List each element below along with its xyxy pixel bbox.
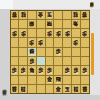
board-cell[interactable]: 香 [11, 11, 19, 19]
board-cell[interactable] [37, 20, 45, 28]
board-cell[interactable] [63, 57, 71, 65]
board-cell[interactable]: 歩 [19, 29, 27, 37]
board-cell[interactable]: 金 [46, 76, 54, 84]
board-cell[interactable] [37, 48, 45, 56]
shogi-piece-sente[interactable]: 飛 [55, 76, 62, 83]
board-cell[interactable]: 桂 [72, 85, 80, 93]
bottom-margin [0, 95, 100, 100]
shogi-piece-gote[interactable]: 歩 [37, 39, 44, 46]
board-cell[interactable] [37, 29, 45, 37]
board-cell[interactable]: 金 [54, 85, 62, 93]
board-cell[interactable] [81, 57, 89, 65]
board-cell[interactable] [19, 48, 27, 56]
board-cell[interactable]: 玉 [46, 11, 54, 19]
board-cell[interactable]: 銀 [28, 48, 36, 56]
board-cell[interactable]: 飛 [46, 20, 54, 28]
shogi-piece-sente[interactable]: 桂 [72, 85, 79, 92]
board-cell[interactable] [46, 57, 54, 65]
board-cell[interactable]: 歩 [54, 29, 62, 37]
board-cell[interactable]: 香 [11, 85, 19, 93]
shogi-piece-sente[interactable]: 歩 [20, 67, 27, 74]
board-cell[interactable] [28, 29, 36, 37]
board-cell[interactable] [63, 11, 71, 19]
board-cell[interactable]: 歩 [37, 66, 45, 74]
board-cell[interactable] [11, 76, 19, 84]
shogi-piece-sente[interactable]: 歩 [11, 67, 18, 74]
shogi-piece-gote[interactable]: 玉 [46, 11, 53, 18]
shogi-piece-sente[interactable]: 歩 [28, 57, 35, 64]
board-cell[interactable] [54, 11, 62, 19]
board-cell[interactable] [81, 76, 89, 84]
board-cell[interactable] [28, 76, 36, 84]
board-cell[interactable] [81, 38, 89, 46]
shogi-piece-gote[interactable]: 歩 [64, 30, 71, 37]
board-cell[interactable]: 歩 [46, 29, 54, 37]
board-cell[interactable] [63, 20, 71, 28]
shogi-piece-sente[interactable]: 玉 [64, 85, 71, 92]
shogi-piece-gote[interactable]: 桂 [72, 11, 79, 18]
board-cell[interactable] [63, 76, 71, 84]
shogi-piece-gote[interactable]: 歩 [72, 39, 79, 46]
board-cell[interactable] [72, 76, 80, 84]
shogi-piece-sente[interactable]: 歩 [81, 67, 88, 74]
shogi-piece-gote[interactable]: 歩 [20, 30, 27, 37]
shogi-board[interactable]: 香桂金玉桂香銀飛角歩歩歩歩歩歩歩歩歩銀歩歩歩歩角歩歩歩歩歩金飛香桂金玉桂香 [10, 10, 90, 95]
board-cell[interactable] [81, 48, 89, 56]
board-cell[interactable]: 歩 [63, 29, 71, 37]
shogi-piece-gote[interactable]: 歩 [11, 30, 18, 37]
board-cell[interactable] [37, 57, 45, 65]
board-cell[interactable]: 歩 [81, 29, 89, 37]
board-cell[interactable] [11, 20, 19, 28]
shogi-piece-gote[interactable]: 歩 [46, 30, 53, 37]
shogi-piece-gote[interactable]: 銀 [28, 20, 35, 27]
shogi-piece-gote[interactable]: 金 [37, 11, 44, 18]
board-cell[interactable] [54, 38, 62, 46]
top-margin [0, 0, 100, 9]
board-cell[interactable]: 歩 [81, 66, 89, 74]
board-cell[interactable] [46, 48, 54, 56]
board-cell[interactable] [37, 76, 45, 84]
shogi-piece-sente[interactable]: 歩 [64, 67, 71, 74]
board-cell[interactable]: 歩 [11, 66, 19, 74]
shogi-piece-sente[interactable]: 歩 [46, 67, 53, 74]
shogi-app-screen: 香桂金玉桂香銀飛角歩歩歩歩歩歩歩歩歩銀歩歩歩歩角歩歩歩歩歩金飛香桂金玉桂香 銀 … [0, 0, 100, 100]
board-cell[interactable]: 歩 [37, 38, 45, 46]
board-cell[interactable]: 歩 [72, 66, 80, 74]
board-cell[interactable] [19, 57, 27, 65]
shogi-piece-gote[interactable]: 香 [81, 11, 88, 18]
shogi-piece-sente[interactable]: 歩 [37, 67, 44, 74]
board-cell[interactable] [63, 48, 71, 56]
shogi-piece-sente[interactable]: 歩 [55, 48, 62, 55]
board-cell[interactable] [72, 57, 80, 65]
board-cell[interactable] [63, 38, 71, 46]
shogi-piece-sente[interactable]: 金 [46, 76, 53, 83]
scrollbar-thumb[interactable] [91, 33, 94, 75]
board-cell[interactable]: 桂 [19, 11, 27, 19]
board-cell[interactable] [28, 85, 36, 93]
board-cell[interactable] [11, 48, 19, 56]
board-cell[interactable]: 角 [28, 66, 36, 74]
shogi-piece-gote[interactable]: 歩 [81, 30, 88, 37]
board-cell[interactable]: 角 [72, 20, 80, 28]
top-left-panel [0, 0, 13, 9]
board-cell[interactable]: 歩 [28, 57, 36, 65]
shogi-piece-sente[interactable]: 香 [81, 85, 88, 92]
board-cell[interactable]: 歩 [19, 66, 27, 74]
board-cell[interactable]: 銀 [28, 20, 36, 28]
board-cell[interactable]: 桂 [19, 85, 27, 93]
shogi-piece-gote[interactable]: 角 [72, 20, 79, 27]
shogi-piece-gote[interactable]: 歩 [55, 30, 62, 37]
board-cell[interactable]: 歩 [54, 48, 62, 56]
shogi-piece-sente[interactable]: 香 [11, 85, 18, 92]
board-cell[interactable] [81, 20, 89, 28]
board-cell[interactable]: 歩 [72, 38, 80, 46]
shogi-piece-sente[interactable]: 歩 [72, 67, 79, 74]
shogi-piece-sente[interactable]: 金 [55, 85, 62, 92]
shogi-piece-gote[interactable]: 香 [11, 11, 18, 18]
board-cell[interactable] [54, 57, 62, 65]
shogi-piece-sente[interactable]: 角 [28, 67, 35, 74]
board-cell[interactable]: 歩 [28, 38, 36, 46]
board-cell[interactable]: 香 [81, 85, 89, 93]
board-cell[interactable]: 香 [81, 11, 89, 19]
shogi-piece-gote[interactable]: 桂 [20, 11, 27, 18]
shogi-piece-gote[interactable]: 歩 [28, 39, 35, 46]
board-cell[interactable]: 歩 [63, 66, 71, 74]
board-cell[interactable] [19, 38, 27, 46]
shogi-piece-gote[interactable]: 飛 [46, 20, 53, 27]
board-cell[interactable] [28, 11, 36, 19]
board-cell[interactable] [19, 20, 27, 28]
board-cell[interactable]: 飛 [54, 76, 62, 84]
board-cell[interactable]: 歩 [11, 29, 19, 37]
shogi-piece-sente[interactable]: 桂 [20, 85, 27, 92]
board-cell[interactable]: 金 [37, 11, 45, 19]
shogi-piece-sente[interactable]: 銀 [28, 48, 35, 55]
board-cell[interactable]: 歩 [46, 66, 54, 74]
board-cell[interactable] [46, 85, 54, 93]
board-cell[interactable]: 玉 [63, 85, 71, 93]
board-cell[interactable] [37, 85, 45, 93]
board-cell[interactable] [72, 48, 80, 56]
board-cell[interactable] [11, 38, 19, 46]
board-cell[interactable] [54, 66, 62, 74]
board-cell[interactable] [11, 57, 19, 65]
board-cell[interactable] [72, 29, 80, 37]
board-cell[interactable] [54, 20, 62, 28]
board-cell[interactable] [46, 38, 54, 46]
board-cell[interactable] [19, 76, 27, 84]
board-cell[interactable]: 桂 [72, 11, 80, 19]
